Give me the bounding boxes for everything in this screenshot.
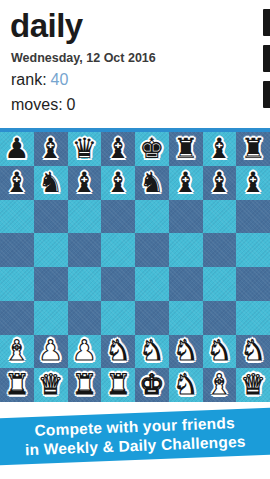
square-e5[interactable]: [135, 233, 169, 267]
square-h7[interactable]: ♝: [236, 166, 270, 200]
black-rook-piece: ♜: [241, 135, 266, 163]
black-rook-piece: ♜: [173, 135, 198, 163]
white-rook-piece: ♜: [4, 371, 29, 399]
square-a1[interactable]: ♜: [0, 368, 34, 402]
square-c3[interactable]: [68, 301, 102, 335]
white-knight-piece: ♞: [173, 337, 198, 365]
square-g7[interactable]: ♝: [203, 166, 237, 200]
square-a7[interactable]: ♝: [0, 166, 34, 200]
square-f2[interactable]: ♞: [169, 335, 203, 369]
square-f7[interactable]: ♝: [169, 166, 203, 200]
black-knight-piece: ♞: [139, 169, 164, 197]
square-g5[interactable]: [203, 233, 237, 267]
square-e4[interactable]: [135, 267, 169, 301]
square-g6[interactable]: [203, 200, 237, 234]
square-b3[interactable]: [34, 301, 68, 335]
square-g4[interactable]: [203, 267, 237, 301]
square-h5[interactable]: [236, 233, 270, 267]
hamburger-bar-3[interactable]: [263, 81, 270, 108]
square-b1[interactable]: ♛: [34, 368, 68, 402]
square-e1[interactable]: ♚: [135, 368, 169, 402]
black-bishop-piece: ♝: [4, 169, 29, 197]
square-g2[interactable]: ♞: [203, 335, 237, 369]
square-e8[interactable]: ♚: [135, 132, 169, 166]
square-c1[interactable]: ♜: [68, 368, 102, 402]
moves-value: 0: [67, 96, 76, 113]
square-h6[interactable]: [236, 200, 270, 234]
square-f1[interactable]: ♞: [169, 368, 203, 402]
moves-row: moves:0: [11, 95, 270, 115]
rank-value: 40: [51, 71, 69, 88]
square-d8[interactable]: ♝: [101, 132, 135, 166]
square-d1[interactable]: ♜: [101, 368, 135, 402]
challenge-date: Wednesday, 12 Oct 2016: [11, 51, 270, 65]
black-bishop-piece: ♝: [207, 169, 232, 197]
white-knight-piece: ♞: [139, 337, 164, 365]
white-queen-piece: ♛: [241, 371, 266, 399]
square-d5[interactable]: [101, 233, 135, 267]
square-c4[interactable]: [68, 267, 102, 301]
black-bishop-piece: ♝: [241, 169, 266, 197]
square-e2[interactable]: ♞: [135, 335, 169, 369]
square-a8[interactable]: ♟: [0, 132, 34, 166]
promo-banner: Compete with your friends in Weekly & Da…: [0, 408, 270, 466]
square-g1[interactable]: ♝: [203, 368, 237, 402]
square-d6[interactable]: [101, 200, 135, 234]
square-d2[interactable]: ♞: [101, 335, 135, 369]
square-d4[interactable]: [101, 267, 135, 301]
square-e6[interactable]: [135, 200, 169, 234]
square-a5[interactable]: [0, 233, 34, 267]
black-pawn-piece: ♟: [4, 135, 29, 163]
square-b6[interactable]: [34, 200, 68, 234]
black-bishop-piece: ♝: [38, 135, 63, 163]
black-bishop-piece: ♝: [72, 169, 97, 197]
black-queen-piece: ♛: [72, 135, 97, 163]
square-c8[interactable]: ♛: [68, 132, 102, 166]
white-queen-piece: ♛: [38, 371, 63, 399]
black-bishop-piece: ♝: [207, 135, 232, 163]
chess-board[interactable]: ♟♝♛♝♚♜♝♜♝♞♝♝♞♝♝♝♝♟♟♞♞♞♞♞♜♛♜♜♚♞♝♛: [0, 132, 270, 402]
square-a6[interactable]: [0, 200, 34, 234]
square-h8[interactable]: ♜: [236, 132, 270, 166]
white-rook-piece: ♜: [106, 371, 131, 399]
square-f4[interactable]: [169, 267, 203, 301]
square-b2[interactable]: ♟: [34, 335, 68, 369]
square-g3[interactable]: [203, 301, 237, 335]
square-b7[interactable]: ♞: [34, 166, 68, 200]
square-c2[interactable]: ♟: [68, 335, 102, 369]
header: daily Wednesday, 12 Oct 2016 rank:40 mov…: [0, 0, 270, 115]
square-f5[interactable]: [169, 233, 203, 267]
page-title: daily: [10, 9, 270, 44]
square-c5[interactable]: [68, 233, 102, 267]
rank-row: rank:40: [11, 70, 270, 90]
square-b8[interactable]: ♝: [34, 132, 68, 166]
white-bishop-piece: ♝: [207, 371, 232, 399]
white-pawn-piece: ♟: [72, 337, 97, 365]
square-e3[interactable]: [135, 301, 169, 335]
square-c6[interactable]: [68, 200, 102, 234]
black-bishop-piece: ♝: [173, 169, 198, 197]
square-f8[interactable]: ♜: [169, 132, 203, 166]
hamburger-bar-2[interactable]: [263, 45, 270, 72]
black-bishop-piece: ♝: [106, 169, 131, 197]
square-d7[interactable]: ♝: [101, 166, 135, 200]
square-h2[interactable]: ♞: [236, 335, 270, 369]
white-knight-piece: ♞: [207, 337, 232, 365]
square-h3[interactable]: [236, 301, 270, 335]
black-knight-piece: ♞: [38, 169, 63, 197]
moves-label: moves:: [11, 96, 63, 113]
white-pawn-piece: ♟: [38, 337, 63, 365]
black-king-piece: ♚: [139, 135, 164, 163]
hamburger-bar-1[interactable]: [263, 9, 270, 36]
black-bishop-piece: ♝: [106, 135, 131, 163]
square-e7[interactable]: ♞: [135, 166, 169, 200]
square-f3[interactable]: [169, 301, 203, 335]
rank-label: rank:: [11, 71, 47, 88]
white-knight-piece: ♞: [241, 337, 266, 365]
square-a4[interactable]: [0, 267, 34, 301]
square-a3[interactable]: [0, 301, 34, 335]
white-knight-piece: ♞: [106, 337, 131, 365]
square-b5[interactable]: [34, 233, 68, 267]
white-rook-piece: ♜: [72, 371, 97, 399]
square-f6[interactable]: [169, 200, 203, 234]
white-bishop-piece: ♝: [4, 337, 29, 365]
square-g8[interactable]: ♝: [203, 132, 237, 166]
square-c7[interactable]: ♝: [68, 166, 102, 200]
square-h1[interactable]: ♛: [236, 368, 270, 402]
white-king-piece: ♚: [139, 371, 164, 399]
white-knight-piece: ♞: [173, 371, 198, 399]
square-a2[interactable]: ♝: [0, 335, 34, 369]
square-d3[interactable]: [101, 301, 135, 335]
square-h4[interactable]: [236, 267, 270, 301]
square-b4[interactable]: [34, 267, 68, 301]
